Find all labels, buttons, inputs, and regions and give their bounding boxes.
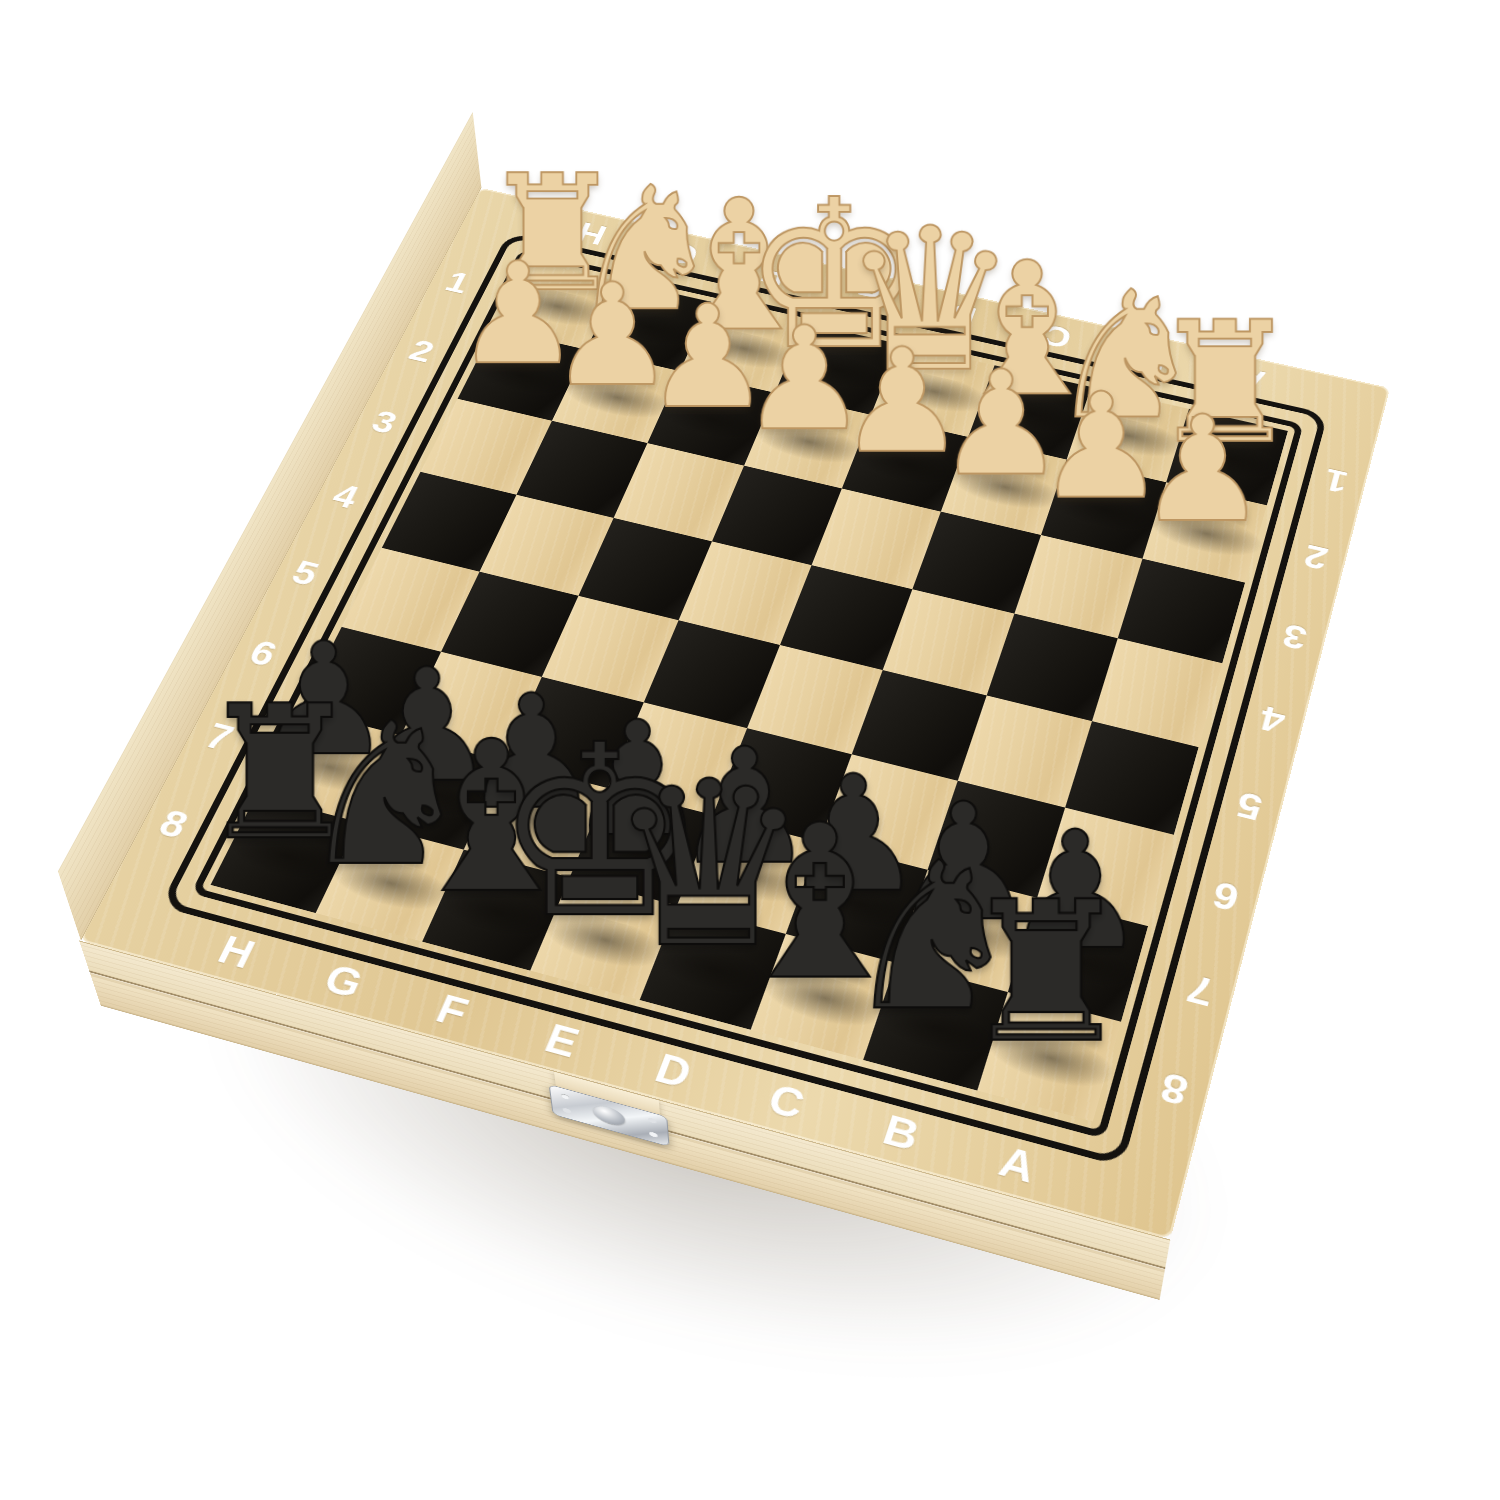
piece-glyph: ♜ bbox=[924, 875, 1168, 1069]
scene: HGFEDCBA HGFEDCBA 12345678 12345678 ♜♞♝♚… bbox=[0, 0, 1500, 1500]
piece-glyph: ♟ bbox=[1095, 396, 1309, 542]
